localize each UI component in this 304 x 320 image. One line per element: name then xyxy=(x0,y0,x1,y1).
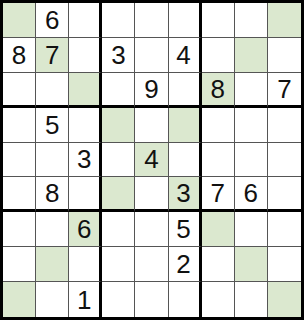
cell-r7c8[interactable] xyxy=(235,212,268,247)
cell-r4c1[interactable] xyxy=(3,108,36,143)
given-digit: 7 xyxy=(45,42,59,68)
cell-r8c2[interactable] xyxy=(36,247,69,282)
cell-r8c4[interactable] xyxy=(102,247,135,282)
cell-r5c4[interactable] xyxy=(102,143,135,178)
cell-r4c6[interactable] xyxy=(169,108,202,143)
cell-r4c2[interactable]: 5 xyxy=(36,108,69,143)
given-digit: 8 xyxy=(12,42,26,68)
cell-r1c2[interactable]: 6 xyxy=(36,3,69,38)
cell-r9c3[interactable]: 1 xyxy=(69,282,102,317)
cell-r3c8[interactable] xyxy=(235,73,268,108)
cell-r5c8[interactable] xyxy=(235,143,268,178)
given-digit: 7 xyxy=(210,180,224,206)
cell-r1c9[interactable] xyxy=(268,3,301,38)
cell-r1c8[interactable] xyxy=(235,3,268,38)
cell-r1c1[interactable] xyxy=(3,3,36,38)
cell-r7c7[interactable] xyxy=(202,212,235,247)
cell-r3c5[interactable]: 9 xyxy=(135,73,168,108)
cell-r8c3[interactable] xyxy=(69,247,102,282)
cell-r9c5[interactable] xyxy=(135,282,168,317)
cell-r7c6[interactable]: 5 xyxy=(169,212,202,247)
cell-r5c5[interactable]: 4 xyxy=(135,143,168,178)
cell-r4c3[interactable] xyxy=(69,108,102,143)
cell-r9c9[interactable] xyxy=(268,282,301,317)
cell-r1c7[interactable] xyxy=(202,3,235,38)
cell-r2c7[interactable] xyxy=(202,38,235,73)
cell-r5c3[interactable]: 3 xyxy=(69,143,102,178)
cell-r1c3[interactable] xyxy=(69,3,102,38)
cell-r4c7[interactable] xyxy=(202,108,235,143)
cell-r6c7[interactable]: 7 xyxy=(202,177,235,212)
cell-r7c9[interactable] xyxy=(268,212,301,247)
cell-r7c2[interactable] xyxy=(36,212,69,247)
cell-r7c4[interactable] xyxy=(102,212,135,247)
cell-r8c7[interactable] xyxy=(202,247,235,282)
cell-r8c6[interactable]: 2 xyxy=(169,247,202,282)
given-digit: 3 xyxy=(111,42,125,68)
cell-r6c3[interactable] xyxy=(69,177,102,212)
cell-r2c2[interactable]: 7 xyxy=(36,38,69,73)
cell-r1c6[interactable] xyxy=(169,3,202,38)
cell-r2c5[interactable] xyxy=(135,38,168,73)
cell-r9c4[interactable] xyxy=(102,282,135,317)
cell-r6c8[interactable]: 6 xyxy=(235,177,268,212)
cell-r4c5[interactable] xyxy=(135,108,168,143)
cell-r4c9[interactable] xyxy=(268,108,301,143)
given-digit: 9 xyxy=(144,76,158,102)
cell-r9c1[interactable] xyxy=(3,282,36,317)
cell-r3c7[interactable]: 8 xyxy=(202,73,235,108)
given-digit: 3 xyxy=(77,146,91,172)
cell-r8c5[interactable] xyxy=(135,247,168,282)
cell-r3c2[interactable] xyxy=(36,73,69,108)
cell-r9c7[interactable] xyxy=(202,282,235,317)
given-digit: 3 xyxy=(176,180,190,206)
given-digit: 1 xyxy=(77,287,91,313)
cell-r8c9[interactable] xyxy=(268,247,301,282)
given-digit: 5 xyxy=(176,216,190,242)
given-digit: 8 xyxy=(45,180,59,206)
given-digit: 6 xyxy=(244,180,258,206)
cell-r3c4[interactable] xyxy=(102,73,135,108)
given-digit: 8 xyxy=(210,76,224,102)
given-digit: 4 xyxy=(176,42,190,68)
cell-r7c3[interactable]: 6 xyxy=(69,212,102,247)
cell-r3c3[interactable] xyxy=(69,73,102,108)
cell-r2c4[interactable]: 3 xyxy=(102,38,135,73)
cell-r6c1[interactable] xyxy=(3,177,36,212)
cell-r2c6[interactable]: 4 xyxy=(169,38,202,73)
cell-r2c1[interactable]: 8 xyxy=(3,38,36,73)
given-digit: 2 xyxy=(176,251,190,277)
given-digit: 7 xyxy=(277,76,291,102)
cell-r6c2[interactable]: 8 xyxy=(36,177,69,212)
sudoku-board: 6873498753483766521 xyxy=(0,0,304,320)
cell-r6c4[interactable] xyxy=(102,177,135,212)
cell-r8c1[interactable] xyxy=(3,247,36,282)
cell-r2c8[interactable] xyxy=(235,38,268,73)
cell-r6c6[interactable]: 3 xyxy=(169,177,202,212)
cell-r3c9[interactable]: 7 xyxy=(268,73,301,108)
cell-r5c2[interactable] xyxy=(36,143,69,178)
cell-r4c4[interactable] xyxy=(102,108,135,143)
cell-r2c3[interactable] xyxy=(69,38,102,73)
cell-r5c1[interactable] xyxy=(3,143,36,178)
cell-r9c8[interactable] xyxy=(235,282,268,317)
cell-r5c7[interactable] xyxy=(202,143,235,178)
cell-r1c5[interactable] xyxy=(135,3,168,38)
cell-r7c1[interactable] xyxy=(3,212,36,247)
cell-r3c1[interactable] xyxy=(3,73,36,108)
given-digit: 6 xyxy=(45,7,59,33)
cell-r6c5[interactable] xyxy=(135,177,168,212)
cell-r2c9[interactable] xyxy=(268,38,301,73)
cell-r5c9[interactable] xyxy=(268,143,301,178)
given-digit: 4 xyxy=(144,146,158,172)
cell-r3c6[interactable] xyxy=(169,73,202,108)
cell-r1c4[interactable] xyxy=(102,3,135,38)
cell-r8c8[interactable] xyxy=(235,247,268,282)
cell-r5c6[interactable] xyxy=(169,143,202,178)
cell-r6c9[interactable] xyxy=(268,177,301,212)
given-digit: 5 xyxy=(45,112,59,138)
cell-r7c5[interactable] xyxy=(135,212,168,247)
cell-r9c2[interactable] xyxy=(36,282,69,317)
cell-r4c8[interactable] xyxy=(235,108,268,143)
cell-r9c6[interactable] xyxy=(169,282,202,317)
given-digit: 6 xyxy=(77,216,91,242)
